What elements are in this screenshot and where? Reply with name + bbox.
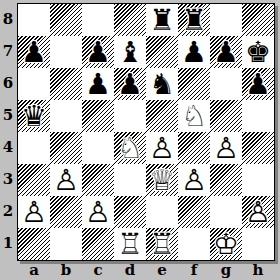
rank-label-3: 3 [0, 163, 16, 195]
square-b4[interactable] [50, 132, 82, 164]
square-e6[interactable]: ♞♞ [146, 68, 178, 100]
square-d3[interactable] [114, 164, 146, 196]
square-a7[interactable]: ♟♟ [18, 36, 50, 68]
square-g5[interactable] [210, 100, 242, 132]
square-c8[interactable] [82, 4, 114, 36]
square-c1[interactable] [82, 228, 114, 260]
square-g8[interactable] [210, 4, 242, 36]
square-c5[interactable] [82, 100, 114, 132]
file-label-d: d [114, 261, 146, 280]
square-e7[interactable] [146, 36, 178, 68]
piece-glyph: ♛ [18, 100, 50, 132]
chess-diagram: ♜♜♜♜♟♟♟♟♝♝♟♟♟♟♚♚♟♟♟♟♞♞♟♟♛♛♞♘♞♘♟♙♟♙♟♙♛♕♟♙… [0, 0, 280, 280]
rank-label-5: 5 [0, 99, 16, 131]
square-h5[interactable] [242, 100, 274, 132]
file-label-g: g [210, 261, 242, 280]
square-a6[interactable] [18, 68, 50, 100]
square-f8[interactable]: ♜♜ [178, 4, 210, 36]
square-a8[interactable] [18, 4, 50, 36]
square-h8[interactable] [242, 4, 274, 36]
piece-glyph: ♟ [210, 36, 242, 68]
square-d2[interactable] [114, 196, 146, 228]
square-b7[interactable] [50, 36, 82, 68]
square-g4[interactable]: ♟♙ [210, 132, 242, 164]
piece-glyph: ♖ [114, 228, 146, 260]
piece-black-pawn[interactable]: ♟♟ [242, 68, 274, 100]
piece-white-pawn[interactable]: ♟♙ [178, 164, 210, 196]
square-h4[interactable] [242, 132, 274, 164]
piece-black-pawn[interactable]: ♟♟ [82, 36, 114, 68]
square-g6[interactable] [210, 68, 242, 100]
piece-glyph: ♟ [18, 36, 50, 68]
piece-glyph: ♙ [242, 196, 274, 228]
square-b2[interactable] [50, 196, 82, 228]
piece-glyph: ♙ [82, 196, 114, 228]
board: ♜♜♜♜♟♟♟♟♝♝♟♟♟♟♚♚♟♟♟♟♞♞♟♟♛♛♞♘♞♘♟♙♟♙♟♙♛♕♟♙… [17, 3, 275, 261]
piece-glyph: ♘ [178, 100, 210, 132]
square-d1[interactable]: ♜♖ [114, 228, 146, 260]
piece-black-king[interactable]: ♚♚ [242, 36, 274, 68]
square-h6[interactable]: ♟♟ [242, 68, 274, 100]
square-f6[interactable] [178, 68, 210, 100]
piece-white-pawn[interactable]: ♟♙ [242, 196, 274, 228]
piece-white-knight[interactable]: ♞♘ [178, 100, 210, 132]
piece-white-rook[interactable]: ♜♖ [146, 228, 178, 260]
piece-black-rook[interactable]: ♜♜ [178, 4, 210, 36]
file-label-e: e [146, 261, 178, 280]
square-f1[interactable] [178, 228, 210, 260]
square-g7[interactable]: ♟♟ [210, 36, 242, 68]
square-f4[interactable] [178, 132, 210, 164]
piece-black-pawn[interactable]: ♟♟ [18, 36, 50, 68]
piece-glyph: ♟ [82, 36, 114, 68]
square-b5[interactable] [50, 100, 82, 132]
piece-glyph: ♟ [114, 68, 146, 100]
square-g3[interactable] [210, 164, 242, 196]
piece-glyph: ♝ [114, 36, 146, 68]
piece-glyph: ♟ [242, 68, 274, 100]
square-f7[interactable]: ♟♟ [178, 36, 210, 68]
piece-white-knight[interactable]: ♞♘ [114, 132, 146, 164]
piece-black-pawn[interactable]: ♟♟ [114, 68, 146, 100]
file-label-c: c [82, 261, 114, 280]
square-f2[interactable] [178, 196, 210, 228]
file-label-h: h [242, 261, 274, 280]
square-b6[interactable] [50, 68, 82, 100]
square-h3[interactable] [242, 164, 274, 196]
piece-white-king[interactable]: ♚♔ [210, 228, 242, 260]
square-d5[interactable] [114, 100, 146, 132]
piece-glyph: ♕ [146, 164, 178, 196]
square-e1[interactable]: ♜♖ [146, 228, 178, 260]
piece-white-pawn[interactable]: ♟♙ [82, 196, 114, 228]
square-a2[interactable]: ♟♙ [18, 196, 50, 228]
piece-white-pawn[interactable]: ♟♙ [146, 132, 178, 164]
square-e2[interactable] [146, 196, 178, 228]
piece-glyph: ♜ [146, 4, 178, 36]
piece-white-pawn[interactable]: ♟♙ [210, 132, 242, 164]
rank-label-8: 8 [0, 3, 16, 35]
piece-glyph: ♚ [242, 36, 274, 68]
piece-black-knight[interactable]: ♞♞ [146, 68, 178, 100]
piece-glyph: ♙ [50, 164, 82, 196]
file-label-a: a [18, 261, 50, 280]
square-d7[interactable]: ♝♝ [114, 36, 146, 68]
rank-label-2: 2 [0, 195, 16, 227]
piece-glyph: ♟ [82, 68, 114, 100]
rank-label-4: 4 [0, 131, 16, 163]
piece-black-pawn[interactable]: ♟♟ [178, 36, 210, 68]
piece-white-pawn[interactable]: ♟♙ [50, 164, 82, 196]
piece-glyph: ♘ [114, 132, 146, 164]
piece-glyph: ♙ [18, 196, 50, 228]
square-b3[interactable]: ♟♙ [50, 164, 82, 196]
square-e4[interactable]: ♟♙ [146, 132, 178, 164]
piece-black-pawn[interactable]: ♟♟ [82, 68, 114, 100]
square-f5[interactable]: ♞♘ [178, 100, 210, 132]
piece-black-bishop[interactable]: ♝♝ [114, 36, 146, 68]
piece-white-pawn[interactable]: ♟♙ [18, 196, 50, 228]
square-c4[interactable] [82, 132, 114, 164]
square-a1[interactable] [18, 228, 50, 260]
square-e5[interactable] [146, 100, 178, 132]
square-d8[interactable] [114, 4, 146, 36]
square-h2[interactable]: ♟♙ [242, 196, 274, 228]
piece-glyph: ♟ [178, 36, 210, 68]
square-d4[interactable]: ♞♘ [114, 132, 146, 164]
square-h7[interactable]: ♚♚ [242, 36, 274, 68]
rank-label-7: 7 [0, 35, 16, 67]
square-e3[interactable]: ♛♕ [146, 164, 178, 196]
piece-glyph: ♙ [210, 132, 242, 164]
square-a3[interactable] [18, 164, 50, 196]
piece-glyph: ♙ [178, 164, 210, 196]
square-c6[interactable]: ♟♟ [82, 68, 114, 100]
file-label-b: b [50, 261, 82, 280]
square-h1[interactable] [242, 228, 274, 260]
square-d6[interactable]: ♟♟ [114, 68, 146, 100]
piece-glyph: ♖ [146, 228, 178, 260]
file-label-f: f [178, 261, 210, 280]
square-c7[interactable]: ♟♟ [82, 36, 114, 68]
piece-glyph: ♔ [210, 228, 242, 260]
rank-label-1: 1 [0, 227, 16, 259]
piece-black-pawn[interactable]: ♟♟ [210, 36, 242, 68]
piece-black-queen[interactable]: ♛♛ [18, 100, 50, 132]
square-a5[interactable]: ♛♛ [18, 100, 50, 132]
square-b8[interactable] [50, 4, 82, 36]
square-f3[interactable]: ♟♙ [178, 164, 210, 196]
piece-white-rook[interactable]: ♜♖ [114, 228, 146, 260]
piece-glyph: ♙ [146, 132, 178, 164]
square-c3[interactable] [82, 164, 114, 196]
piece-white-queen[interactable]: ♛♕ [146, 164, 178, 196]
piece-glyph: ♜ [178, 4, 210, 36]
square-g1[interactable]: ♚♔ [210, 228, 242, 260]
piece-glyph: ♞ [146, 68, 178, 100]
square-g2[interactable] [210, 196, 242, 228]
square-a4[interactable] [18, 132, 50, 164]
square-c2[interactable]: ♟♙ [82, 196, 114, 228]
square-e8[interactable]: ♜♜ [146, 4, 178, 36]
rank-label-6: 6 [0, 67, 16, 99]
square-b1[interactable] [50, 228, 82, 260]
piece-black-rook[interactable]: ♜♜ [146, 4, 178, 36]
